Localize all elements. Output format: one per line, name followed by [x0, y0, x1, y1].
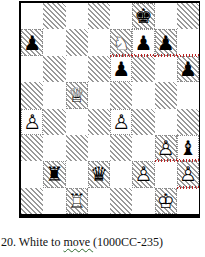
black-king: ♚: [134, 6, 152, 26]
square-h3: ♝: [177, 135, 199, 161]
square-b1: [43, 188, 65, 214]
square-a5: [21, 82, 43, 108]
square-f1: [132, 188, 154, 214]
square-d8: [88, 3, 110, 29]
red-squiggle: [177, 54, 199, 57]
square-b8: [43, 3, 65, 29]
square-b7: [43, 29, 65, 55]
white-knight: ♞♘: [112, 33, 130, 53]
caption-underlined-word: move: [63, 235, 93, 249]
piece-glyph: ♕: [68, 83, 86, 107]
square-b2: ♜: [43, 161, 65, 187]
square-a1: [21, 188, 43, 214]
chess-board: ♚♟♞♘♟♟♟♟♛♕♟♙♟♙♟♙♝♜♛♟♙♟♙♜♖♚♔: [19, 1, 200, 218]
square-f2: ♟♙: [132, 161, 154, 187]
square-a8: [21, 3, 43, 29]
red-squiggle: [155, 54, 177, 57]
black-pawn: ♟: [23, 33, 41, 53]
square-d7: [88, 29, 110, 55]
square-b3: [43, 135, 65, 161]
piece-glyph: ♟: [134, 31, 152, 55]
white-queen: ♛♕: [68, 85, 86, 105]
square-f7: ♟: [132, 29, 154, 55]
piece-glyph: ♙: [23, 110, 41, 134]
square-g5: [155, 82, 177, 108]
square-h2: ♟♙: [177, 161, 199, 187]
square-d3: [88, 135, 110, 161]
piece-glyph: ♙: [134, 162, 152, 186]
black-queen: ♛: [90, 164, 108, 184]
piece-glyph: ♟: [179, 57, 197, 81]
white-pawn: ♟♙: [23, 112, 41, 132]
square-b4: [43, 109, 65, 135]
square-b6: [43, 56, 65, 82]
piece-glyph: ♙: [157, 136, 175, 160]
black-pawn: ♟: [112, 59, 130, 79]
square-g2: [155, 161, 177, 187]
black-pawn: ♟: [134, 33, 152, 53]
square-e2: [110, 161, 132, 187]
red-squiggle: [155, 159, 177, 162]
piece-glyph: ♝: [179, 136, 197, 160]
square-c5: ♛♕: [66, 82, 88, 108]
square-c8: [66, 3, 88, 29]
square-g4: [155, 109, 177, 135]
white-pawn: ♟♙: [112, 112, 130, 132]
white-pawn: ♟♙: [179, 164, 197, 184]
square-a4: ♟♙: [21, 109, 43, 135]
piece-glyph: ♖: [68, 189, 86, 213]
square-c7: [66, 29, 88, 55]
white-pawn: ♟♙: [134, 164, 152, 184]
square-a6: [21, 56, 43, 82]
white-rook: ♜♖: [68, 191, 86, 211]
square-h1: [177, 188, 199, 214]
red-squiggle: [177, 159, 199, 162]
square-e8: [110, 3, 132, 29]
square-g3: ♟♙: [155, 135, 177, 161]
square-f6: [132, 56, 154, 82]
square-f4: [132, 109, 154, 135]
square-h6: ♟: [177, 56, 199, 82]
square-d6: [88, 56, 110, 82]
square-g7: ♟: [155, 29, 177, 55]
square-e7: ♞♘: [110, 29, 132, 55]
piece-glyph: ♟: [157, 31, 175, 55]
black-rook: ♜: [45, 164, 63, 184]
piece-glyph: ♙: [179, 162, 197, 186]
diagram-caption: 20. White to move (1000CC-235): [1, 235, 163, 250]
red-squiggle: [110, 54, 132, 57]
square-g6: [155, 56, 177, 82]
square-h4: [177, 109, 199, 135]
piece-glyph: ♟: [112, 57, 130, 81]
square-h7: [177, 29, 199, 55]
square-d1: [88, 188, 110, 214]
square-d2: ♛: [88, 161, 110, 187]
square-d4: [88, 109, 110, 135]
red-squiggle: [132, 54, 154, 57]
square-a7: ♟: [21, 29, 43, 55]
piece-glyph: ♟: [23, 31, 41, 55]
page: ♚♟♞♘♟♟♟♟♛♕♟♙♟♙♟♙♝♜♛♟♙♟♙♜♖♚♔ 20. White to…: [0, 0, 205, 257]
square-f8: ♚: [132, 3, 154, 29]
black-pawn: ♟: [179, 59, 197, 79]
square-b5: [43, 82, 65, 108]
red-squiggle: [177, 186, 199, 189]
square-g8: [155, 3, 177, 29]
white-pawn: ♟♙: [157, 138, 175, 158]
square-e3: [110, 135, 132, 161]
square-h8: [177, 3, 199, 29]
caption-suffix: (1000CC-235): [93, 235, 163, 249]
square-a2: [21, 161, 43, 187]
piece-glyph: ♘: [112, 31, 130, 55]
white-king: ♚♔: [157, 191, 175, 211]
piece-glyph: ♚: [134, 4, 152, 28]
caption-prefix: 20. White to: [1, 235, 63, 249]
square-g1: ♚♔: [155, 188, 177, 214]
square-c1: ♜♖: [66, 188, 88, 214]
square-c3: [66, 135, 88, 161]
piece-glyph: ♜: [45, 162, 63, 186]
black-pawn: ♟: [157, 33, 175, 53]
black-bishop: ♝: [179, 138, 197, 158]
square-e4: ♟♙: [110, 109, 132, 135]
piece-glyph: ♔: [157, 189, 175, 213]
square-c2: [66, 161, 88, 187]
square-a3: [21, 135, 43, 161]
piece-glyph: ♛: [90, 162, 108, 186]
square-e6: ♟: [110, 56, 132, 82]
square-c4: [66, 109, 88, 135]
square-f3: [132, 135, 154, 161]
square-h5: [177, 82, 199, 108]
square-d5: [88, 82, 110, 108]
piece-glyph: ♙: [112, 110, 130, 134]
square-f5: [132, 82, 154, 108]
square-e1: [110, 188, 132, 214]
square-c6: [66, 56, 88, 82]
square-e5: [110, 82, 132, 108]
